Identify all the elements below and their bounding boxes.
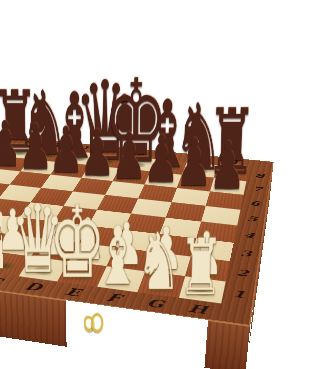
square-h1[interactable]: ♜ bbox=[179, 276, 226, 303]
rank-label-5: 5 bbox=[237, 210, 266, 229]
piece-black-pawn-h7[interactable]: ♟ bbox=[177, 139, 279, 193]
piece-white-rook-h1[interactable]: ♜ bbox=[137, 237, 266, 300]
square-h6[interactable] bbox=[206, 191, 244, 209]
board-squares: ♜♞♝♛♚♝♞♜♟♟♟♟♟♟♟♟♟♟♟♟♟♟♟♟♜♞♝♛♚♝♞♜ bbox=[0, 145, 249, 303]
brass-clasp-icon bbox=[84, 311, 105, 336]
square-h7[interactable]: ♟ bbox=[210, 178, 246, 195]
chess-board: ♜♞♝♛♚♝♞♜♟♟♟♟♟♟♟♟♟♟♟♟♟♟♟♟♜♞♝♛♚♝♞♜ ABCDEFG… bbox=[0, 136, 274, 326]
chess-set-photo: ♜♞♝♛♚♝♞♜♟♟♟♟♟♟♟♟♟♟♟♟♟♟♟♟♜♞♝♛♚♝♞♜ ABCDEFG… bbox=[0, 0, 314, 369]
rank-label-6: 6 bbox=[241, 195, 269, 213]
